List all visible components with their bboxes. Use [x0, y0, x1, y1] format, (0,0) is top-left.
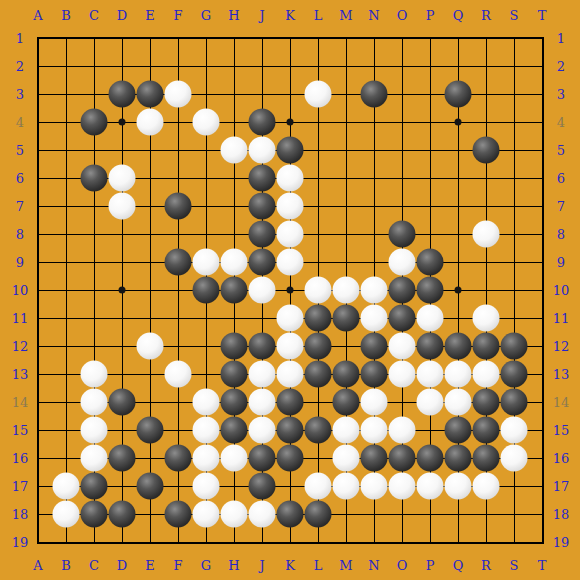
- white-stone-J5: [249, 137, 276, 164]
- black-stone-K18: [277, 501, 304, 528]
- col-label-top-L: L: [314, 9, 323, 22]
- row-label-right-13: 13: [553, 368, 570, 381]
- white-stone-L10: [305, 277, 332, 304]
- col-label-bottom-O: O: [397, 559, 408, 572]
- row-label-left-18: 18: [12, 508, 29, 521]
- star-point-K10: [287, 287, 294, 294]
- col-label-top-A: A: [33, 9, 42, 22]
- white-stone-P11: [417, 305, 444, 332]
- black-stone-R14: [473, 389, 500, 416]
- white-stone-L17: [305, 473, 332, 500]
- row-label-left-13: 13: [12, 368, 29, 381]
- black-stone-R5: [473, 137, 500, 164]
- black-stone-H14: [221, 389, 248, 416]
- row-label-left-5: 5: [16, 144, 24, 157]
- black-stone-P9: [417, 249, 444, 276]
- white-stone-P17: [417, 473, 444, 500]
- black-stone-N12: [361, 333, 388, 360]
- white-stone-R11: [473, 305, 500, 332]
- black-stone-R16: [473, 445, 500, 472]
- row-label-right-5: 5: [557, 144, 565, 157]
- col-label-top-B: B: [61, 9, 71, 22]
- black-stone-J16: [249, 445, 276, 472]
- col-label-top-P: P: [426, 9, 435, 22]
- white-stone-G16: [193, 445, 220, 472]
- white-stone-D6: [109, 165, 136, 192]
- black-stone-M14: [333, 389, 360, 416]
- col-label-top-F: F: [173, 9, 182, 22]
- black-stone-S14: [501, 389, 528, 416]
- row-label-left-2: 2: [16, 60, 24, 73]
- row-label-left-8: 8: [16, 228, 24, 241]
- row-label-right-3: 3: [557, 88, 565, 101]
- black-stone-L12: [305, 333, 332, 360]
- black-stone-J6: [249, 165, 276, 192]
- black-stone-K14: [277, 389, 304, 416]
- col-label-bottom-Q: Q: [453, 559, 464, 572]
- col-label-top-Q: Q: [453, 9, 464, 22]
- white-stone-C15: [81, 417, 108, 444]
- black-stone-L15: [305, 417, 332, 444]
- white-stone-O15: [389, 417, 416, 444]
- black-stone-L11: [305, 305, 332, 332]
- black-stone-F7: [165, 193, 192, 220]
- row-label-left-9: 9: [16, 256, 24, 269]
- row-label-left-12: 12: [12, 340, 29, 353]
- row-label-left-11: 11: [12, 312, 29, 325]
- white-stone-M16: [333, 445, 360, 472]
- black-stone-N3: [361, 81, 388, 108]
- black-stone-D3: [109, 81, 136, 108]
- col-label-top-D: D: [117, 9, 127, 22]
- row-label-left-4: 4: [16, 116, 24, 129]
- black-stone-Q16: [445, 445, 472, 472]
- star-point-Q4: [455, 119, 462, 126]
- row-label-left-10: 10: [12, 284, 29, 297]
- white-stone-K7: [277, 193, 304, 220]
- col-label-bottom-F: F: [173, 559, 182, 572]
- white-stone-N17: [361, 473, 388, 500]
- col-label-top-T: T: [538, 9, 547, 22]
- black-stone-H13: [221, 361, 248, 388]
- black-stone-P16: [417, 445, 444, 472]
- row-label-left-6: 6: [16, 172, 24, 185]
- white-stone-K8: [277, 221, 304, 248]
- row-label-left-7: 7: [16, 200, 24, 213]
- col-label-bottom-H: H: [228, 559, 239, 572]
- white-stone-H18: [221, 501, 248, 528]
- col-label-bottom-N: N: [368, 559, 379, 572]
- white-stone-S15: [501, 417, 528, 444]
- white-stone-M15: [333, 417, 360, 444]
- black-stone-E17: [137, 473, 164, 500]
- col-label-top-H: H: [228, 9, 239, 22]
- star-point-D4: [119, 119, 126, 126]
- col-label-top-E: E: [145, 9, 155, 22]
- row-label-right-1: 1: [557, 32, 565, 45]
- white-stone-B18: [53, 501, 80, 528]
- col-label-top-N: N: [368, 9, 379, 22]
- white-stone-S16: [501, 445, 528, 472]
- row-label-left-14: 14: [12, 396, 29, 409]
- white-stone-N11: [361, 305, 388, 332]
- black-stone-R15: [473, 417, 500, 444]
- row-label-right-4: 4: [557, 116, 565, 129]
- row-label-left-16: 16: [12, 452, 29, 465]
- white-stone-F3: [165, 81, 192, 108]
- black-stone-O16: [389, 445, 416, 472]
- black-stone-N13: [361, 361, 388, 388]
- black-stone-C6: [81, 165, 108, 192]
- row-label-right-2: 2: [557, 60, 565, 73]
- white-stone-G17: [193, 473, 220, 500]
- row-label-right-19: 19: [553, 536, 570, 549]
- col-label-bottom-P: P: [426, 559, 435, 572]
- black-stone-J17: [249, 473, 276, 500]
- black-stone-Q3: [445, 81, 472, 108]
- white-stone-Q17: [445, 473, 472, 500]
- white-stone-Q14: [445, 389, 472, 416]
- col-label-bottom-R: R: [481, 559, 491, 572]
- white-stone-K11: [277, 305, 304, 332]
- white-stone-H9: [221, 249, 248, 276]
- white-stone-D7: [109, 193, 136, 220]
- black-stone-L13: [305, 361, 332, 388]
- col-label-bottom-J: J: [259, 559, 264, 572]
- black-stone-F16: [165, 445, 192, 472]
- col-label-top-R: R: [481, 9, 491, 22]
- col-label-bottom-B: B: [61, 559, 71, 572]
- row-label-left-3: 3: [16, 88, 24, 101]
- col-label-bottom-A: A: [33, 559, 42, 572]
- black-stone-E3: [137, 81, 164, 108]
- star-point-K4: [287, 119, 294, 126]
- black-stone-D16: [109, 445, 136, 472]
- white-stone-J15: [249, 417, 276, 444]
- black-stone-H10: [221, 277, 248, 304]
- black-stone-K16: [277, 445, 304, 472]
- col-label-bottom-G: G: [201, 559, 211, 572]
- white-stone-P13: [417, 361, 444, 388]
- row-label-right-7: 7: [557, 200, 565, 213]
- black-stone-S12: [501, 333, 528, 360]
- row-label-right-12: 12: [553, 340, 570, 353]
- white-stone-M10: [333, 277, 360, 304]
- row-label-right-18: 18: [553, 508, 570, 521]
- row-label-right-11: 11: [553, 312, 570, 325]
- white-stone-P14: [417, 389, 444, 416]
- row-label-right-17: 17: [553, 480, 570, 493]
- col-label-bottom-E: E: [145, 559, 155, 572]
- col-label-top-J: J: [259, 9, 264, 22]
- col-label-bottom-C: C: [89, 559, 99, 572]
- black-stone-D14: [109, 389, 136, 416]
- white-stone-N15: [361, 417, 388, 444]
- col-label-top-S: S: [510, 9, 519, 22]
- white-stone-J18: [249, 501, 276, 528]
- white-stone-K12: [277, 333, 304, 360]
- white-stone-K9: [277, 249, 304, 276]
- white-stone-C13: [81, 361, 108, 388]
- white-stone-G4: [193, 109, 220, 136]
- black-stone-R12: [473, 333, 500, 360]
- black-stone-J7: [249, 193, 276, 220]
- white-stone-K6: [277, 165, 304, 192]
- row-label-left-1: 1: [16, 32, 24, 45]
- black-stone-S13: [501, 361, 528, 388]
- white-stone-N10: [361, 277, 388, 304]
- go-board[interactable]: AABBCCDDEEFFGGHHJJKKLLMMNNOOPPQQRRSSTT11…: [0, 0, 580, 580]
- white-stone-G18: [193, 501, 220, 528]
- white-stone-M17: [333, 473, 360, 500]
- col-label-top-M: M: [339, 9, 352, 22]
- col-label-bottom-D: D: [117, 559, 127, 572]
- black-stone-D18: [109, 501, 136, 528]
- white-stone-Q13: [445, 361, 472, 388]
- white-stone-C14: [81, 389, 108, 416]
- white-stone-J10: [249, 277, 276, 304]
- white-stone-O9: [389, 249, 416, 276]
- row-label-right-16: 16: [553, 452, 570, 465]
- white-stone-O17: [389, 473, 416, 500]
- white-stone-H5: [221, 137, 248, 164]
- black-stone-P12: [417, 333, 444, 360]
- row-label-right-14: 14: [553, 396, 570, 409]
- black-stone-K5: [277, 137, 304, 164]
- col-label-top-C: C: [89, 9, 99, 22]
- row-label-right-6: 6: [557, 172, 565, 185]
- white-stone-E12: [137, 333, 164, 360]
- black-stone-C17: [81, 473, 108, 500]
- black-stone-J9: [249, 249, 276, 276]
- black-stone-K15: [277, 417, 304, 444]
- black-stone-O10: [389, 277, 416, 304]
- black-stone-P10: [417, 277, 444, 304]
- black-stone-M13: [333, 361, 360, 388]
- black-stone-H12: [221, 333, 248, 360]
- black-stone-J4: [249, 109, 276, 136]
- star-point-Q10: [455, 287, 462, 294]
- row-label-right-10: 10: [553, 284, 570, 297]
- white-stone-E4: [137, 109, 164, 136]
- white-stone-G9: [193, 249, 220, 276]
- row-label-right-8: 8: [557, 228, 565, 241]
- col-label-bottom-K: K: [285, 559, 295, 572]
- col-label-bottom-S: S: [510, 559, 519, 572]
- black-stone-Q12: [445, 333, 472, 360]
- col-label-bottom-L: L: [314, 559, 323, 572]
- white-stone-K13: [277, 361, 304, 388]
- white-stone-L3: [305, 81, 332, 108]
- col-label-top-O: O: [397, 9, 408, 22]
- row-label-left-19: 19: [12, 536, 29, 549]
- white-stone-C16: [81, 445, 108, 472]
- row-label-right-9: 9: [557, 256, 565, 269]
- black-stone-C4: [81, 109, 108, 136]
- white-stone-F13: [165, 361, 192, 388]
- row-label-right-15: 15: [553, 424, 570, 437]
- black-stone-O8: [389, 221, 416, 248]
- white-stone-J14: [249, 389, 276, 416]
- black-stone-C18: [81, 501, 108, 528]
- black-stone-O11: [389, 305, 416, 332]
- white-stone-J13: [249, 361, 276, 388]
- col-label-top-K: K: [285, 9, 295, 22]
- black-stone-H15: [221, 417, 248, 444]
- row-label-left-17: 17: [12, 480, 29, 493]
- black-stone-M11: [333, 305, 360, 332]
- col-label-bottom-T: T: [538, 559, 547, 572]
- black-stone-G10: [193, 277, 220, 304]
- col-label-top-G: G: [201, 9, 211, 22]
- black-stone-N16: [361, 445, 388, 472]
- black-stone-J8: [249, 221, 276, 248]
- black-stone-Q15: [445, 417, 472, 444]
- white-stone-B17: [53, 473, 80, 500]
- black-stone-F18: [165, 501, 192, 528]
- black-stone-F9: [165, 249, 192, 276]
- white-stone-H16: [221, 445, 248, 472]
- white-stone-O12: [389, 333, 416, 360]
- col-label-bottom-M: M: [339, 559, 352, 572]
- white-stone-G14: [193, 389, 220, 416]
- white-stone-N14: [361, 389, 388, 416]
- white-stone-R13: [473, 361, 500, 388]
- black-stone-L18: [305, 501, 332, 528]
- row-label-left-15: 15: [12, 424, 29, 437]
- white-stone-R17: [473, 473, 500, 500]
- white-stone-O13: [389, 361, 416, 388]
- black-stone-E15: [137, 417, 164, 444]
- black-stone-J12: [249, 333, 276, 360]
- white-stone-R8: [473, 221, 500, 248]
- star-point-D10: [119, 287, 126, 294]
- white-stone-G15: [193, 417, 220, 444]
